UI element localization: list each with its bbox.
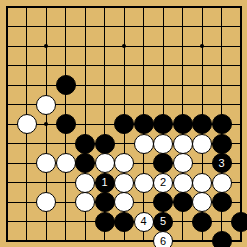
stone-black: 3 [212, 153, 232, 173]
stone-white [114, 192, 134, 212]
stone-black: 1 [95, 173, 115, 193]
stone-white [17, 114, 37, 134]
stone-white [192, 134, 212, 154]
stone-black [95, 212, 115, 232]
stone-white [173, 153, 193, 173]
stone-white [114, 173, 134, 193]
star-point [44, 44, 48, 48]
stone-white: 6 [153, 231, 173, 247]
stone-white [192, 192, 212, 212]
stone-black [212, 134, 232, 154]
stone-white [75, 192, 95, 212]
stone-black [56, 114, 76, 134]
stone-black [153, 153, 173, 173]
stone-white [212, 173, 232, 193]
stone-black [212, 192, 232, 212]
stone-black [173, 192, 193, 212]
stone-black [95, 192, 115, 212]
stone-black [134, 114, 154, 134]
move-number: 1 [101, 177, 107, 188]
star-point [200, 44, 204, 48]
stone-white: 4 [134, 212, 154, 232]
grid-line-vertical [240, 6, 242, 242]
stone-white [95, 153, 115, 173]
stone-black [56, 75, 76, 95]
stone-black [95, 134, 115, 154]
stone-black [75, 153, 95, 173]
stone-black [212, 114, 232, 134]
stone-black [153, 114, 173, 134]
stone-white [36, 153, 56, 173]
stone-black [173, 114, 193, 134]
stone-white [56, 153, 76, 173]
star-point [44, 122, 48, 126]
stone-white [114, 153, 134, 173]
move-number: 3 [218, 158, 224, 169]
star-point [122, 44, 126, 48]
stone-white [75, 173, 95, 193]
stone-black [192, 212, 212, 232]
stone-black [231, 212, 247, 232]
stone-black: 5 [153, 212, 173, 232]
move-number: 2 [160, 177, 166, 188]
stone-white [192, 173, 212, 193]
stone-black [212, 231, 232, 247]
stone-white [36, 192, 56, 212]
stone-white: 2 [153, 173, 173, 193]
stone-white [153, 134, 173, 154]
stone-white [173, 173, 193, 193]
stone-white [134, 134, 154, 154]
stone-black [114, 212, 134, 232]
stone-white [36, 95, 56, 115]
move-number: 6 [160, 236, 166, 247]
grid-line-horizontal [6, 240, 242, 242]
move-number: 4 [140, 216, 146, 227]
stone-black [192, 114, 212, 134]
stone-black [153, 192, 173, 212]
stone-black [75, 134, 95, 154]
stone-white [134, 173, 154, 193]
stone-white [173, 134, 193, 154]
go-board: 312456 [0, 0, 247, 247]
move-number: 5 [160, 216, 166, 227]
stone-black [114, 114, 134, 134]
